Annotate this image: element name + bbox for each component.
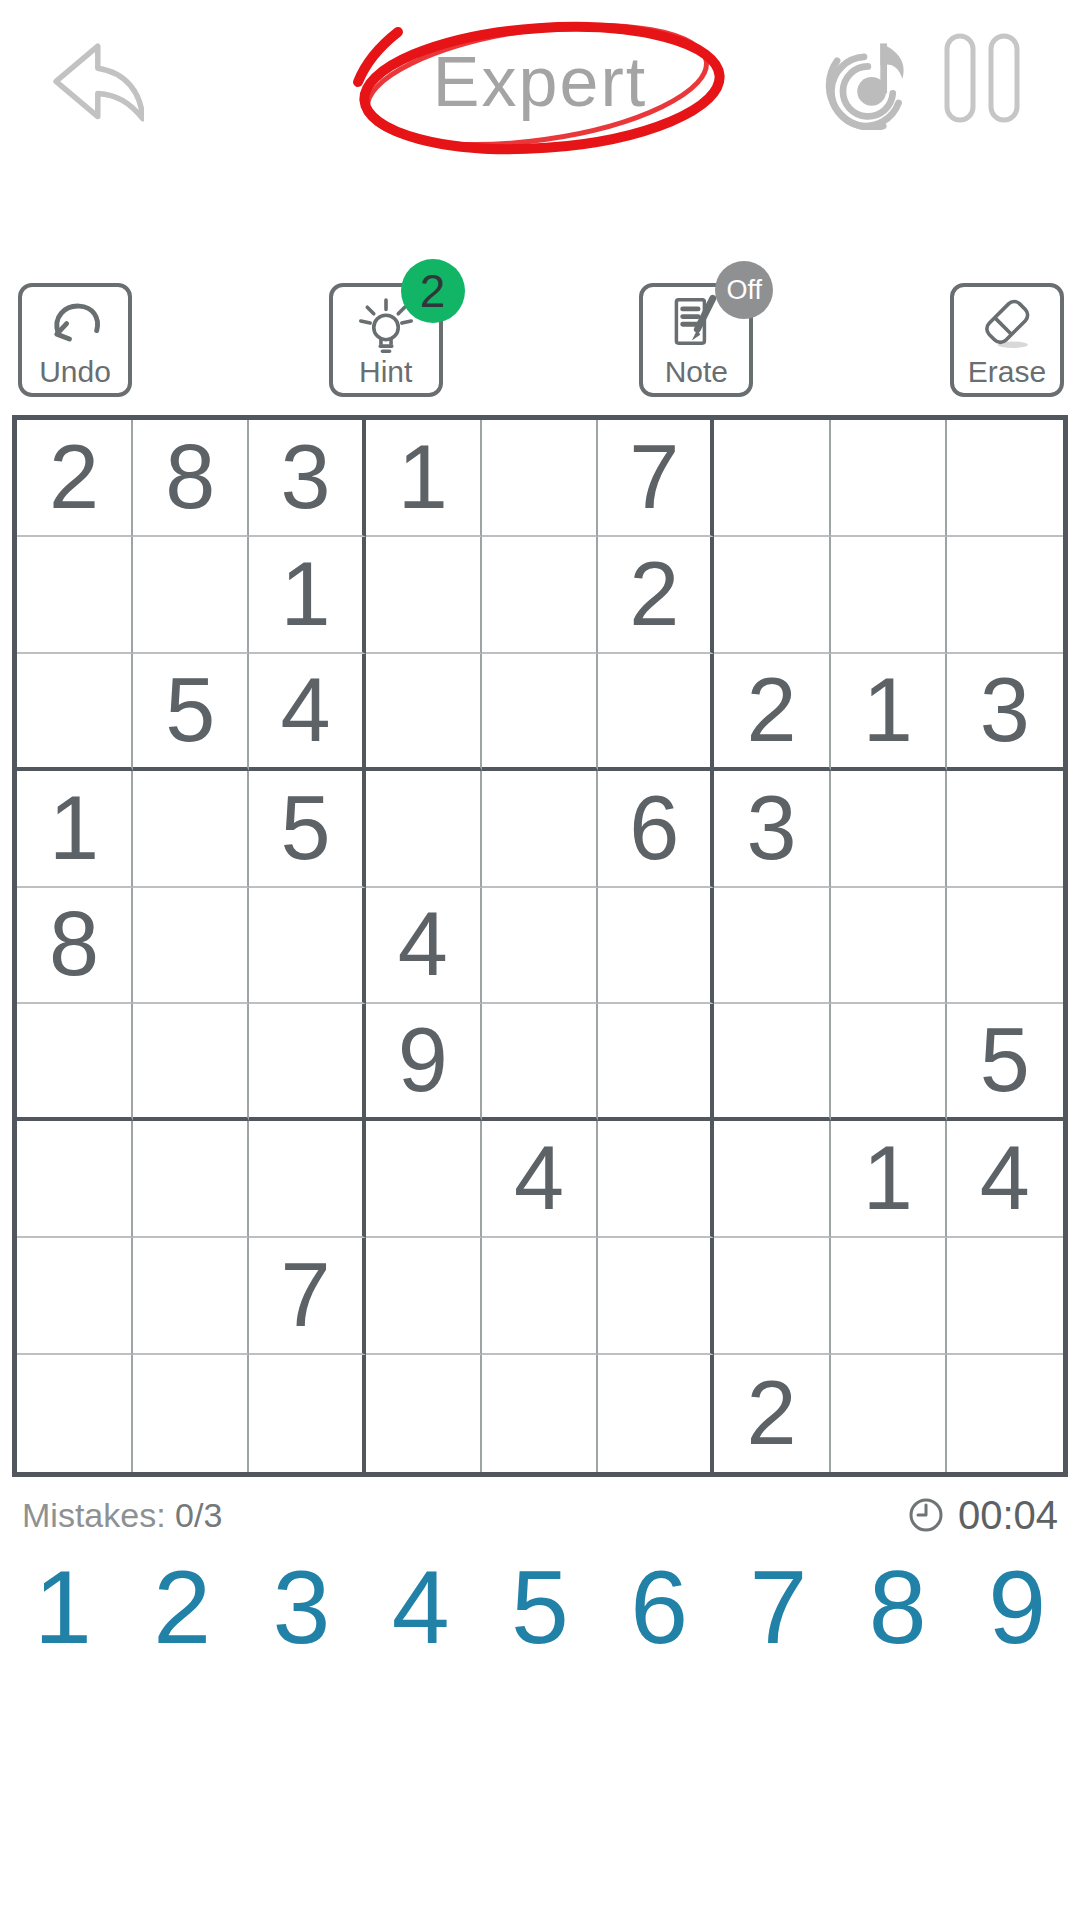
cell-r7c5[interactable]: 4 (482, 1121, 598, 1238)
pause-icon (942, 30, 1022, 126)
pause-button[interactable] (942, 30, 1022, 126)
note-button[interactable]: Off Note (639, 283, 753, 397)
cell-r9c3[interactable] (249, 1355, 365, 1472)
cell-r9c7[interactable]: 2 (714, 1355, 830, 1472)
cell-r3c7[interactable]: 2 (714, 654, 830, 771)
cell-r5c7[interactable] (714, 888, 830, 1005)
cell-r7c7[interactable] (714, 1121, 830, 1238)
music-note-icon (816, 26, 912, 130)
cell-r8c2[interactable] (133, 1238, 249, 1355)
clock-icon (906, 1495, 946, 1535)
cell-r6c6[interactable] (598, 1004, 714, 1121)
cell-r4c8[interactable] (831, 771, 947, 888)
cell-r9c1[interactable] (17, 1355, 133, 1472)
cell-r5c5[interactable] (482, 888, 598, 1005)
numpad-5[interactable]: 5 (511, 1548, 569, 1668)
cell-r6c4[interactable]: 9 (366, 1004, 482, 1121)
cell-r9c5[interactable] (482, 1355, 598, 1472)
back-button[interactable] (34, 22, 144, 132)
cell-r2c4[interactable] (366, 537, 482, 654)
cell-r3c9[interactable]: 3 (947, 654, 1063, 771)
numpad-2[interactable]: 2 (153, 1548, 211, 1668)
cell-r4c5[interactable] (482, 771, 598, 888)
cell-r5c2[interactable] (133, 888, 249, 1005)
undo-label: Undo (39, 357, 111, 387)
numpad-8[interactable]: 8 (869, 1548, 927, 1668)
cell-r2c3[interactable]: 1 (249, 537, 365, 654)
cell-r6c1[interactable] (17, 1004, 133, 1121)
cell-r3c4[interactable] (366, 654, 482, 771)
numpad-1[interactable]: 1 (34, 1548, 92, 1668)
cell-r1c3[interactable]: 3 (249, 420, 365, 537)
back-arrow-icon (34, 22, 144, 132)
cell-r5c1[interactable]: 8 (17, 888, 133, 1005)
cell-r4c4[interactable] (366, 771, 482, 888)
note-label: Note (665, 357, 728, 387)
mistakes-counter: Mistakes: 0/3 (22, 1496, 222, 1535)
cell-r2c9[interactable] (947, 537, 1063, 654)
cell-r6c2[interactable] (133, 1004, 249, 1121)
cell-r4c2[interactable] (133, 771, 249, 888)
numpad-6[interactable]: 6 (630, 1548, 688, 1668)
cell-r7c8[interactable]: 1 (831, 1121, 947, 1238)
difficulty-label: Expert (330, 42, 750, 122)
numpad-7[interactable]: 7 (750, 1548, 808, 1668)
cell-r8c4[interactable] (366, 1238, 482, 1355)
toolbar: Undo 2 Hint Off (18, 283, 1064, 398)
cell-r5c3[interactable] (249, 888, 365, 1005)
cell-r9c2[interactable] (133, 1355, 249, 1472)
cell-r3c3[interactable]: 4 (249, 654, 365, 771)
cell-r6c3[interactable] (249, 1004, 365, 1121)
cell-r9c8[interactable] (831, 1355, 947, 1472)
cell-r2c5[interactable] (482, 537, 598, 654)
cell-r1c7[interactable] (714, 420, 830, 537)
cell-r7c9[interactable]: 4 (947, 1121, 1063, 1238)
cell-r1c6[interactable]: 7 (598, 420, 714, 537)
cell-r5c6[interactable] (598, 888, 714, 1005)
cell-r8c3[interactable]: 7 (249, 1238, 365, 1355)
cell-r4c6[interactable]: 6 (598, 771, 714, 888)
cell-r5c8[interactable] (831, 888, 947, 1005)
cell-r7c6[interactable] (598, 1121, 714, 1238)
top-bar: Expert (0, 0, 1080, 180)
cell-r8c1[interactable] (17, 1238, 133, 1355)
cell-r1c8[interactable] (831, 420, 947, 537)
cell-r4c1[interactable]: 1 (17, 771, 133, 888)
number-pad: 1 2 3 4 5 6 7 8 9 (34, 1548, 1046, 1668)
cell-r3c5[interactable] (482, 654, 598, 771)
cell-r6c9[interactable]: 5 (947, 1004, 1063, 1121)
cell-r8c7[interactable] (714, 1238, 830, 1355)
numpad-9[interactable]: 9 (988, 1548, 1046, 1668)
cell-r1c9[interactable] (947, 420, 1063, 537)
cell-r8c9[interactable] (947, 1238, 1063, 1355)
cell-r9c4[interactable] (366, 1355, 482, 1472)
cell-r8c6[interactable] (598, 1238, 714, 1355)
cell-r3c1[interactable] (17, 654, 133, 771)
cell-r7c3[interactable] (249, 1121, 365, 1238)
mistakes-label: Mistakes: (22, 1496, 166, 1534)
numpad-4[interactable]: 4 (392, 1548, 450, 1668)
undo-button[interactable]: Undo (18, 283, 132, 397)
numpad-3[interactable]: 3 (273, 1548, 331, 1668)
note-off-badge: Off (715, 261, 773, 319)
eraser-icon (954, 289, 1060, 363)
cell-r6c8[interactable] (831, 1004, 947, 1121)
cell-r1c4[interactable]: 1 (366, 420, 482, 537)
cell-r5c4[interactable]: 4 (366, 888, 482, 1005)
cell-r5c9[interactable] (947, 888, 1063, 1005)
cell-r8c5[interactable] (482, 1238, 598, 1355)
hint-count-badge: 2 (401, 259, 465, 323)
cell-r2c8[interactable] (831, 537, 947, 654)
hint-button[interactable]: 2 Hint (329, 283, 443, 397)
cell-r7c2[interactable] (133, 1121, 249, 1238)
cell-r7c1[interactable] (17, 1121, 133, 1238)
difficulty-title-wrap: Expert (330, 0, 750, 170)
cell-r2c1[interactable] (17, 537, 133, 654)
cell-r2c2[interactable] (133, 537, 249, 654)
sudoku-screen: Expert (0, 0, 1080, 1920)
cell-r3c8[interactable]: 1 (831, 654, 947, 771)
cell-r8c8[interactable] (831, 1238, 947, 1355)
cell-r3c6[interactable] (598, 654, 714, 771)
mistakes-value: 0/3 (175, 1496, 222, 1534)
timer-value: 00:04 (958, 1493, 1058, 1538)
cell-r6c7[interactable] (714, 1004, 830, 1121)
cell-r2c6[interactable]: 2 (598, 537, 714, 654)
sudoku-board: 2831712542131563849541472 (12, 415, 1068, 1477)
timer: 00:04 (906, 1493, 1058, 1538)
cell-r1c1[interactable]: 2 (17, 420, 133, 537)
cell-r7c4[interactable] (366, 1121, 482, 1238)
cell-r2c7[interactable] (714, 537, 830, 654)
sound-button[interactable] (816, 26, 912, 130)
status-bar: Mistakes: 0/3 00:04 (22, 1488, 1058, 1542)
cell-r4c3[interactable]: 5 (249, 771, 365, 888)
cell-r6c5[interactable] (482, 1004, 598, 1121)
cell-r1c5[interactable] (482, 420, 598, 537)
cell-r1c2[interactable]: 8 (133, 420, 249, 537)
cell-r4c9[interactable] (947, 771, 1063, 888)
cell-r3c2[interactable]: 5 (133, 654, 249, 771)
erase-button[interactable]: Erase (950, 283, 1064, 397)
cell-r4c7[interactable]: 3 (714, 771, 830, 888)
cell-r9c6[interactable] (598, 1355, 714, 1472)
undo-arrow-icon (22, 289, 128, 361)
